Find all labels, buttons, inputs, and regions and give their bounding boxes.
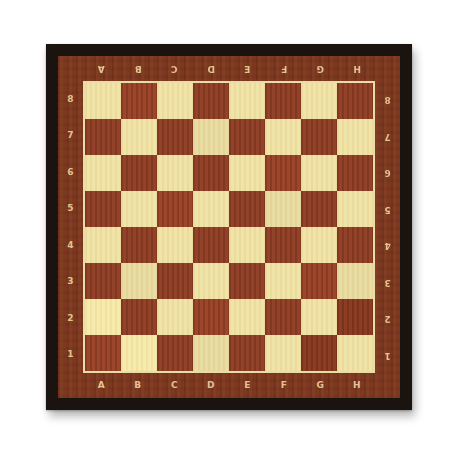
square-h3[interactable] [337,263,373,299]
square-g2[interactable] [301,299,337,335]
square-e6[interactable] [229,155,265,191]
rank-label-left-1: 1 [58,337,83,374]
rank-labels-right: 87654321 [375,81,400,373]
square-h2[interactable] [337,299,373,335]
rank-label-left-3: 3 [58,264,83,301]
square-b5[interactable] [121,191,157,227]
square-c3[interactable] [157,263,193,299]
square-h6[interactable] [337,155,373,191]
square-f8[interactable] [265,83,301,119]
rank-label-left-4: 4 [58,227,83,264]
square-h1[interactable] [337,335,373,371]
square-a7[interactable] [85,119,121,155]
rank-labels-left: 87654321 [58,81,83,373]
square-h4[interactable] [337,227,373,263]
square-a8[interactable] [85,83,121,119]
square-b2[interactable] [121,299,157,335]
file-label-bottom-g: G [302,373,339,398]
rank-label-right-6: 6 [375,154,400,191]
square-d5[interactable] [193,191,229,227]
file-labels-top: ABCDEFGH [83,56,375,81]
square-a2[interactable] [85,299,121,335]
square-a4[interactable] [85,227,121,263]
square-d4[interactable] [193,227,229,263]
square-d8[interactable] [193,83,229,119]
square-a3[interactable] [85,263,121,299]
file-label-top-f: F [266,56,303,81]
file-labels-bottom: ABCDEFGH [83,373,375,398]
square-c7[interactable] [157,119,193,155]
square-d2[interactable] [193,299,229,335]
square-f1[interactable] [265,335,301,371]
square-e3[interactable] [229,263,265,299]
rank-label-right-3: 3 [375,264,400,301]
rank-label-left-8: 8 [58,81,83,118]
rank-label-left-2: 2 [58,300,83,337]
square-g1[interactable] [301,335,337,371]
file-label-top-c: C [156,56,193,81]
rank-label-right-4: 4 [375,227,400,264]
square-h7[interactable] [337,119,373,155]
file-label-top-h: H [339,56,376,81]
playing-area [83,81,375,373]
square-f3[interactable] [265,263,301,299]
square-a5[interactable] [85,191,121,227]
file-label-top-a: A [83,56,120,81]
rank-label-right-5: 5 [375,191,400,228]
square-b1[interactable] [121,335,157,371]
file-label-top-e: E [229,56,266,81]
file-label-bottom-c: C [156,373,193,398]
photo-background: ABCDEFGH ABCDEFGH 87654321 87654321 [0,0,458,458]
square-g4[interactable] [301,227,337,263]
square-f7[interactable] [265,119,301,155]
square-e2[interactable] [229,299,265,335]
square-f4[interactable] [265,227,301,263]
rank-label-left-6: 6 [58,154,83,191]
rank-label-right-7: 7 [375,118,400,155]
square-d7[interactable] [193,119,229,155]
square-a6[interactable] [85,155,121,191]
square-g6[interactable] [301,155,337,191]
square-c2[interactable] [157,299,193,335]
square-e8[interactable] [229,83,265,119]
board-grid [85,83,373,371]
square-b6[interactable] [121,155,157,191]
square-f5[interactable] [265,191,301,227]
rank-label-right-2: 2 [375,300,400,337]
file-label-bottom-d: D [193,373,230,398]
square-e1[interactable] [229,335,265,371]
square-c8[interactable] [157,83,193,119]
square-g7[interactable] [301,119,337,155]
board-wood-border: ABCDEFGH ABCDEFGH 87654321 87654321 [58,56,400,398]
square-b7[interactable] [121,119,157,155]
file-label-bottom-e: E [229,373,266,398]
square-c1[interactable] [157,335,193,371]
square-d6[interactable] [193,155,229,191]
square-b4[interactable] [121,227,157,263]
square-f6[interactable] [265,155,301,191]
square-e4[interactable] [229,227,265,263]
rank-label-left-7: 7 [58,118,83,155]
square-e7[interactable] [229,119,265,155]
file-label-bottom-b: B [120,373,157,398]
file-label-top-d: D [193,56,230,81]
file-label-bottom-a: A [83,373,120,398]
square-a1[interactable] [85,335,121,371]
square-h8[interactable] [337,83,373,119]
square-c4[interactable] [157,227,193,263]
rank-label-right-1: 1 [375,337,400,374]
file-label-top-g: G [302,56,339,81]
square-f2[interactable] [265,299,301,335]
square-g3[interactable] [301,263,337,299]
square-g8[interactable] [301,83,337,119]
square-b3[interactable] [121,263,157,299]
file-label-bottom-f: F [266,373,303,398]
rank-label-left-5: 5 [58,191,83,228]
square-b8[interactable] [121,83,157,119]
file-label-top-b: B [120,56,157,81]
rank-label-right-8: 8 [375,81,400,118]
square-e5[interactable] [229,191,265,227]
chessboard: ABCDEFGH ABCDEFGH 87654321 87654321 [46,44,412,410]
square-h5[interactable] [337,191,373,227]
square-d3[interactable] [193,263,229,299]
square-c6[interactable] [157,155,193,191]
square-d1[interactable] [193,335,229,371]
square-c5[interactable] [157,191,193,227]
file-label-bottom-h: H [339,373,376,398]
square-g5[interactable] [301,191,337,227]
